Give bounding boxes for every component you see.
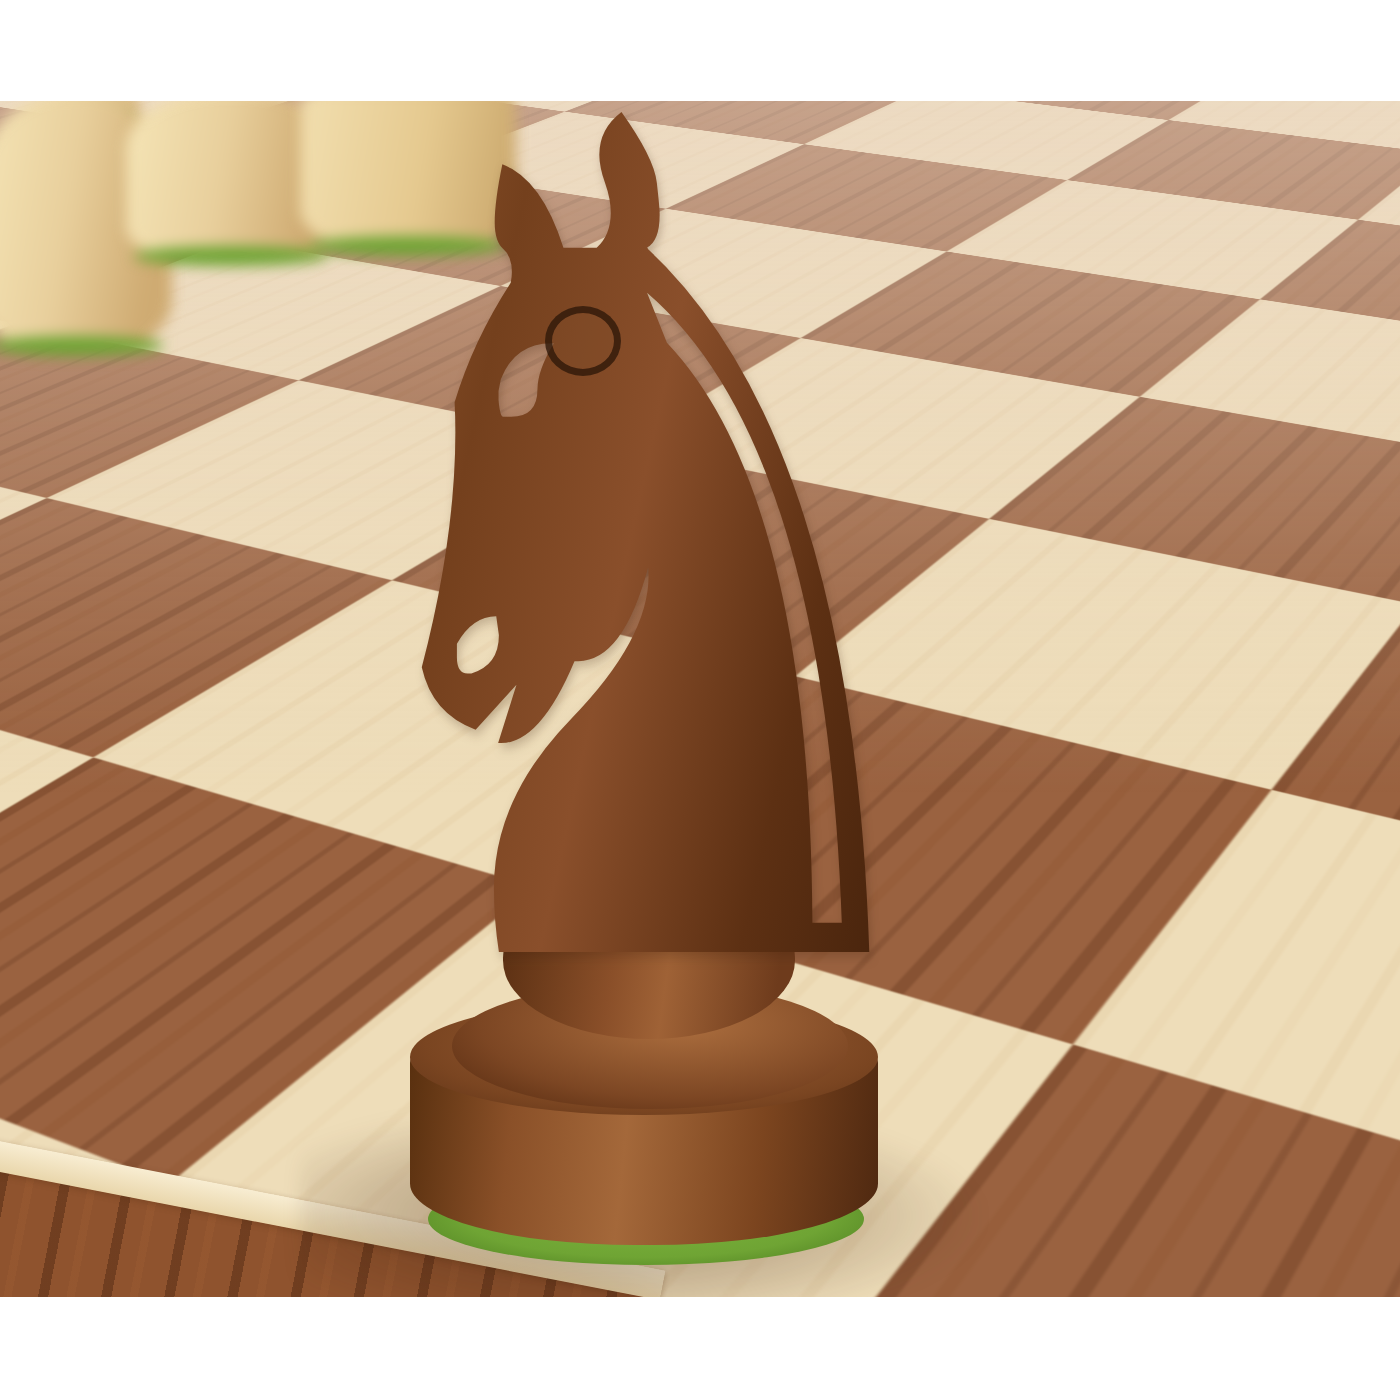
letterbox-band-bottom — [0, 1297, 1400, 1400]
screenshot: ♞ — [0, 0, 1400, 1400]
carved-eye-ring — [545, 306, 621, 376]
photo-area: ♞ — [0, 101, 1400, 1297]
letterbox-band-top — [0, 0, 1400, 101]
black-knight-piece: ♞ — [0, 101, 1400, 1297]
knight-icon: ♞ — [295, 101, 996, 1026]
